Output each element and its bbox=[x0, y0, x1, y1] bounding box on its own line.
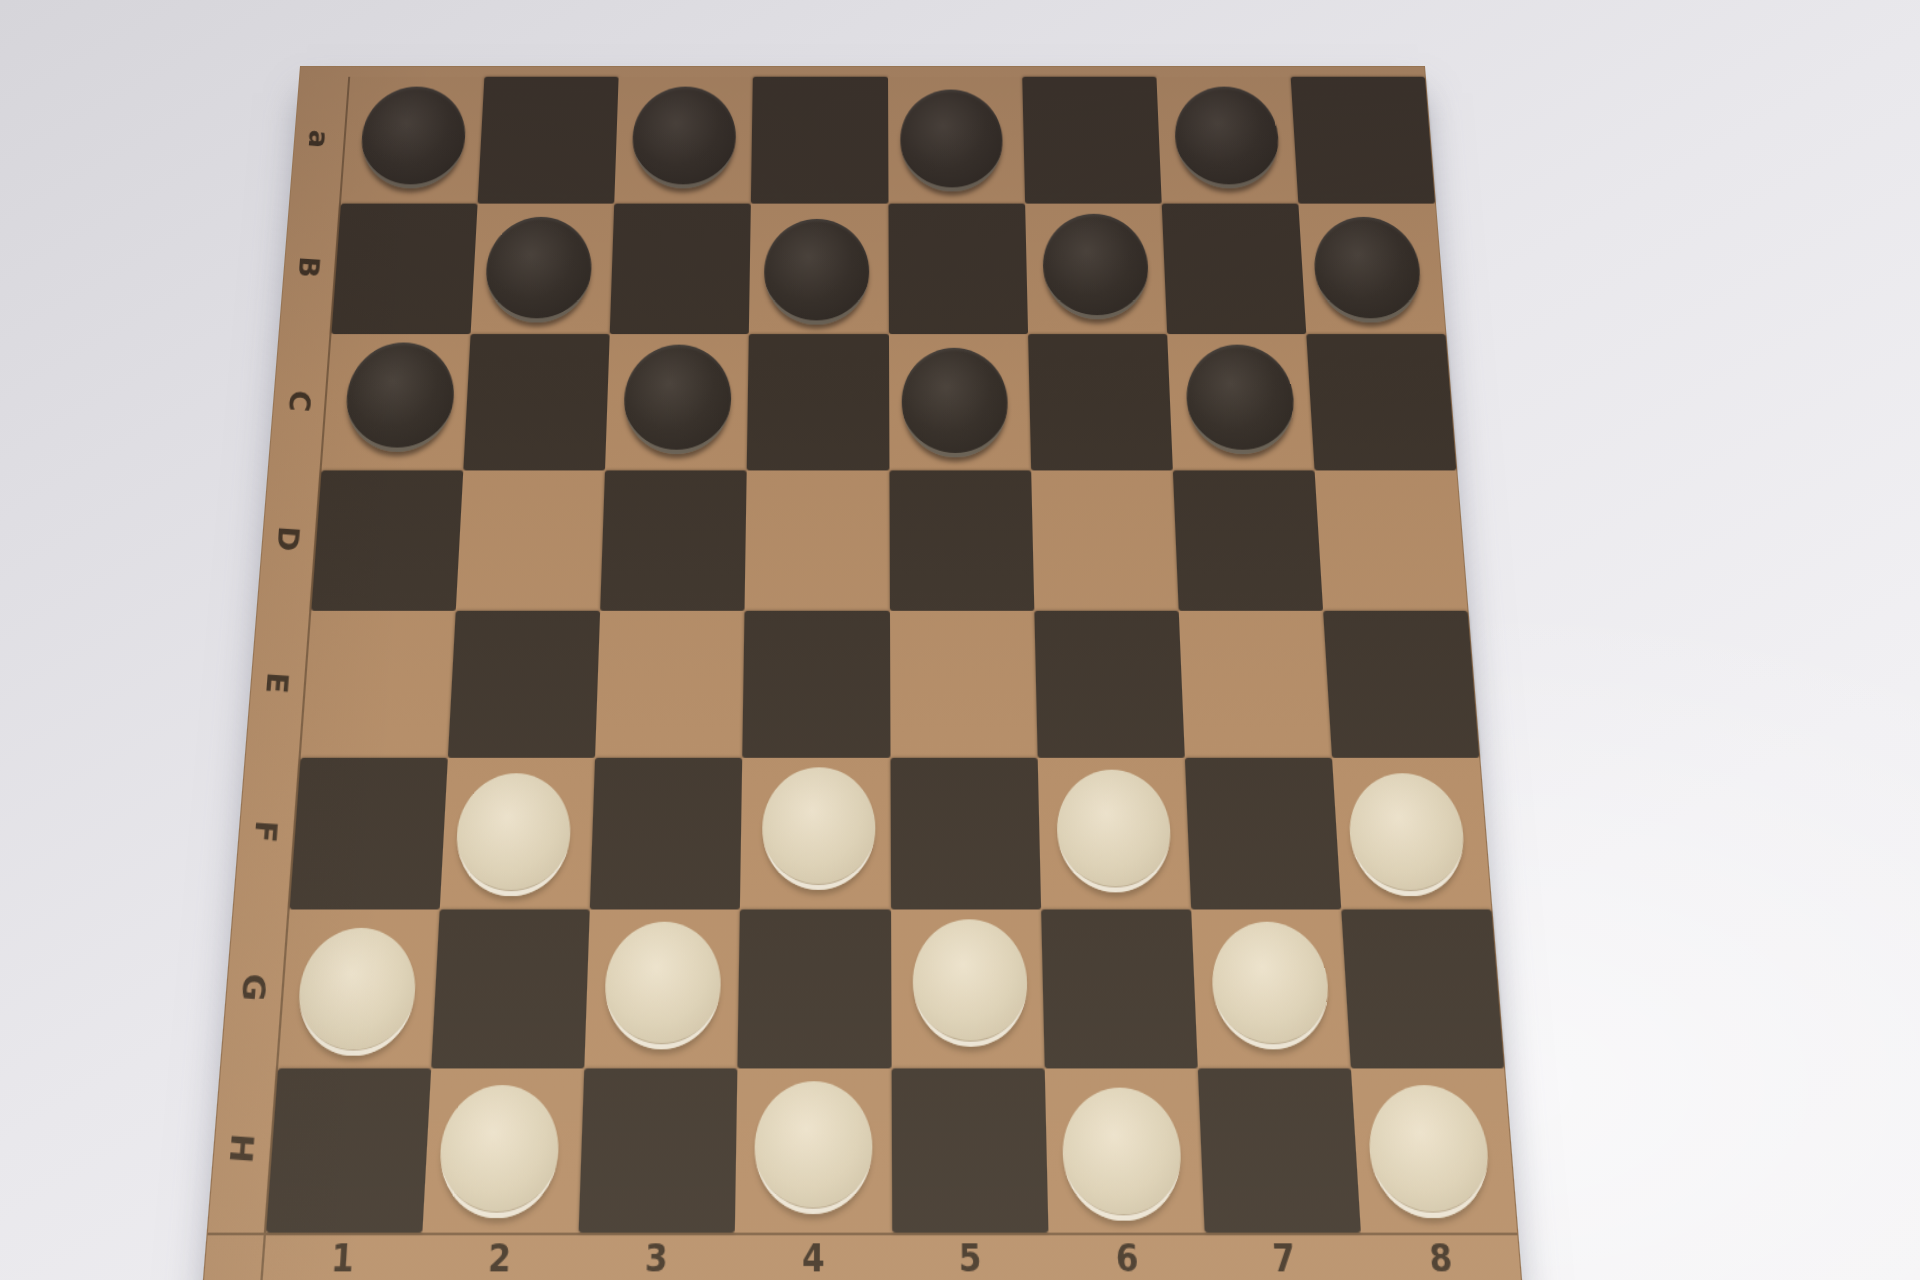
square-D6[interactable] bbox=[1031, 470, 1179, 611]
square-G4[interactable] bbox=[738, 909, 891, 1067]
square-A6[interactable] bbox=[1022, 77, 1162, 203]
light-checker[interactable] bbox=[1366, 1085, 1493, 1218]
square-H7[interactable] bbox=[1198, 1068, 1361, 1233]
square-G8[interactable] bbox=[1341, 909, 1504, 1067]
square-H3[interactable] bbox=[579, 1068, 738, 1233]
dark-checker[interactable] bbox=[1173, 87, 1281, 189]
square-H8[interactable] bbox=[1351, 1068, 1517, 1233]
light-checker[interactable] bbox=[762, 767, 876, 889]
square-B2[interactable] bbox=[471, 203, 615, 334]
row-label-a: a bbox=[290, 77, 350, 203]
square-E4[interactable] bbox=[743, 611, 890, 757]
row-label-text: a bbox=[303, 129, 336, 150]
col-label-text: 1 bbox=[330, 1239, 355, 1280]
square-A5[interactable] bbox=[888, 77, 1025, 203]
square-H4[interactable] bbox=[735, 1068, 891, 1233]
square-E2[interactable] bbox=[448, 611, 600, 757]
square-A3[interactable] bbox=[615, 77, 754, 203]
dark-checker[interactable] bbox=[631, 87, 737, 189]
col-label-3: 3 bbox=[577, 1233, 736, 1280]
row-label-text: C bbox=[282, 389, 316, 414]
light-checker[interactable] bbox=[754, 1081, 873, 1214]
square-B3[interactable] bbox=[610, 203, 751, 334]
square-F2[interactable] bbox=[440, 757, 595, 909]
photo-background: { "game": "checkers", "description": "Ha… bbox=[0, 0, 1920, 1280]
col-label-text: 6 bbox=[1115, 1239, 1139, 1280]
square-F4[interactable] bbox=[740, 757, 890, 909]
col-label-text: 4 bbox=[802, 1239, 825, 1280]
square-E5[interactable] bbox=[889, 611, 1037, 757]
col-label-8: 8 bbox=[1361, 1233, 1522, 1280]
square-B6[interactable] bbox=[1025, 203, 1167, 334]
light-checker[interactable] bbox=[912, 920, 1029, 1047]
col-label-text: 2 bbox=[487, 1239, 512, 1280]
light-checker[interactable] bbox=[1346, 773, 1468, 896]
square-A1[interactable] bbox=[341, 77, 485, 203]
square-F5[interactable] bbox=[890, 757, 1041, 909]
square-D2[interactable] bbox=[456, 470, 605, 611]
col-label-text: 8 bbox=[1428, 1239, 1454, 1280]
square-B8[interactable] bbox=[1298, 203, 1445, 334]
square-F7[interactable] bbox=[1185, 757, 1342, 909]
col-label-2: 2 bbox=[419, 1233, 579, 1280]
square-E3[interactable] bbox=[595, 611, 745, 757]
row-label-text: G bbox=[236, 972, 273, 1004]
square-G2[interactable] bbox=[431, 909, 590, 1067]
checkers-board: aBCDEFGH12345678 bbox=[201, 66, 1524, 1280]
square-H6[interactable] bbox=[1044, 1068, 1204, 1233]
square-C8[interactable] bbox=[1306, 334, 1456, 470]
dark-checker[interactable] bbox=[343, 343, 457, 452]
square-C2[interactable] bbox=[463, 334, 610, 470]
square-F1[interactable] bbox=[290, 757, 448, 909]
square-G7[interactable] bbox=[1191, 909, 1351, 1067]
col-label-text: 5 bbox=[959, 1239, 982, 1280]
square-C1[interactable] bbox=[322, 334, 471, 470]
row-label-text: D bbox=[271, 525, 306, 554]
row-label-B: B bbox=[280, 203, 341, 334]
square-G5[interactable] bbox=[890, 909, 1044, 1067]
square-D3[interactable] bbox=[600, 470, 747, 611]
square-H1[interactable] bbox=[266, 1068, 431, 1233]
square-A7[interactable] bbox=[1156, 77, 1298, 203]
square-D8[interactable] bbox=[1314, 470, 1467, 611]
dark-checker[interactable] bbox=[900, 90, 1004, 192]
row-label-text: F bbox=[248, 820, 284, 846]
square-A8[interactable] bbox=[1291, 77, 1435, 203]
square-G6[interactable] bbox=[1041, 909, 1198, 1067]
light-checker[interactable] bbox=[1210, 922, 1332, 1049]
dark-checker[interactable] bbox=[764, 219, 870, 325]
square-F3[interactable] bbox=[590, 757, 743, 909]
dark-checker[interactable] bbox=[901, 348, 1009, 457]
light-checker[interactable] bbox=[1061, 1087, 1183, 1220]
dark-checker[interactable] bbox=[1311, 217, 1423, 323]
square-H5[interactable] bbox=[891, 1068, 1048, 1233]
square-A4[interactable] bbox=[751, 77, 888, 203]
square-E1[interactable] bbox=[301, 611, 456, 757]
square-E8[interactable] bbox=[1323, 611, 1479, 757]
square-D5[interactable] bbox=[889, 470, 1034, 611]
light-checker[interactable] bbox=[604, 922, 722, 1049]
dark-checker[interactable] bbox=[1041, 214, 1149, 319]
square-G1[interactable] bbox=[278, 909, 440, 1067]
row-label-text: E bbox=[260, 671, 295, 696]
col-label-6: 6 bbox=[1048, 1233, 1207, 1280]
square-G3[interactable] bbox=[585, 909, 741, 1067]
col-label-5: 5 bbox=[892, 1233, 1050, 1280]
col-label-1: 1 bbox=[262, 1233, 423, 1280]
square-F6[interactable] bbox=[1037, 757, 1191, 909]
square-B1[interactable] bbox=[332, 203, 478, 334]
square-D4[interactable] bbox=[745, 470, 890, 611]
square-C5[interactable] bbox=[888, 334, 1030, 470]
square-E7[interactable] bbox=[1178, 611, 1331, 757]
light-checker[interactable] bbox=[1055, 769, 1172, 892]
square-F8[interactable] bbox=[1332, 757, 1491, 909]
light-checker[interactable] bbox=[454, 773, 573, 896]
square-E6[interactable] bbox=[1034, 611, 1185, 757]
dark-checker[interactable] bbox=[623, 345, 732, 454]
light-checker[interactable] bbox=[295, 928, 418, 1056]
col-label-4: 4 bbox=[734, 1233, 892, 1280]
square-B4[interactable] bbox=[749, 203, 888, 334]
col-label-text: 3 bbox=[644, 1239, 668, 1280]
col-label-text: 7 bbox=[1272, 1239, 1297, 1280]
square-H2[interactable] bbox=[423, 1068, 585, 1233]
corner-margin bbox=[203, 1233, 266, 1280]
dark-checker[interactable] bbox=[1184, 345, 1296, 454]
square-C4[interactable] bbox=[747, 334, 889, 470]
square-C6[interactable] bbox=[1028, 334, 1173, 470]
square-D7[interactable] bbox=[1173, 470, 1323, 611]
square-B5[interactable] bbox=[888, 203, 1028, 334]
row-label-text: B bbox=[293, 256, 326, 281]
light-checker[interactable] bbox=[437, 1085, 561, 1218]
col-label-7: 7 bbox=[1204, 1233, 1364, 1280]
square-B7[interactable] bbox=[1161, 203, 1306, 334]
row-label-text: H bbox=[223, 1133, 261, 1167]
dark-checker[interactable] bbox=[358, 87, 467, 189]
square-A2[interactable] bbox=[478, 77, 619, 203]
dark-checker[interactable] bbox=[484, 217, 594, 323]
square-D1[interactable] bbox=[311, 470, 463, 611]
square-C7[interactable] bbox=[1167, 334, 1314, 470]
square-C3[interactable] bbox=[605, 334, 749, 470]
